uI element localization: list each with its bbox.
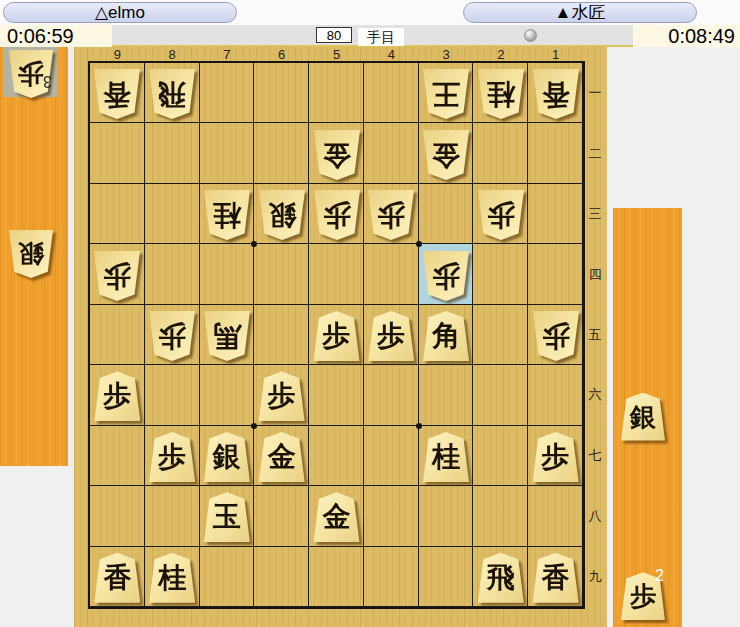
piece-body: 歩 [368, 190, 414, 240]
piece-body: 歩 [314, 190, 360, 240]
piece-kyosha-gote[interactable]: 香 [533, 69, 579, 119]
piece-glyph: 馬 [213, 322, 241, 350]
file-label-1: 1 [528, 47, 583, 62]
rank-label-2: 二 [585, 123, 605, 183]
piece-body: 銀 [9, 230, 53, 278]
piece-glyph: 飛 [487, 564, 515, 592]
sente-player-button[interactable]: ▲水匠 [463, 2, 697, 23]
file-label-8: 8 [145, 47, 200, 62]
rank-label-9: 九 [585, 547, 605, 607]
sente-clock: 0:08:49 [630, 25, 735, 47]
piece-body: 角 [423, 311, 469, 361]
piece-body: 飛 [149, 69, 195, 119]
piece-glyph: 香 [103, 564, 131, 592]
hoshi-dot [251, 241, 257, 247]
file-label-7: 7 [200, 47, 255, 62]
hoshi-dot [416, 423, 422, 429]
shogi-app-window: △elmo ▲水匠 0:06:59 0:08:49 手目 987654321一二… [0, 0, 740, 627]
piece-glyph: 香 [542, 80, 570, 108]
piece-fu-sente[interactable]: 歩 [314, 311, 360, 361]
piece-ou-gote[interactable]: 王 [423, 69, 469, 119]
piece-glyph: 銀 [630, 404, 656, 430]
piece-hisha-gote[interactable]: 飛 [149, 69, 195, 119]
rank-label-3: 三 [585, 184, 605, 244]
file-label-3: 3 [419, 47, 474, 62]
piece-body: 金 [259, 432, 305, 482]
piece-body: 桂 [149, 553, 195, 603]
piece-body: 歩 [478, 190, 524, 240]
piece-glyph: 香 [542, 564, 570, 592]
piece-glyph: 金 [268, 443, 296, 471]
piece-glyph: 桂 [158, 564, 186, 592]
file-label-9: 9 [90, 47, 145, 62]
piece-fu-gote[interactable]: 歩 [368, 190, 414, 240]
piece-glyph: 銀 [213, 443, 241, 471]
rank-label-6: 六 [585, 365, 605, 425]
piece-kin-sente[interactable]: 金 [259, 432, 305, 482]
rank-label-1: 一 [585, 63, 605, 123]
piece-body: 歩 [533, 311, 579, 361]
hand-piece-gin-sente[interactable]: 銀 [621, 393, 665, 441]
piece-kyosha-sente[interactable]: 香 [533, 553, 579, 603]
rank-label-7: 七 [585, 426, 605, 486]
piece-body: 歩 [314, 311, 360, 361]
piece-glyph: 歩 [487, 201, 515, 229]
piece-kin-gote[interactable]: 金 [314, 130, 360, 180]
move-number-input[interactable] [316, 27, 352, 43]
piece-body: 銀 [204, 432, 250, 482]
piece-body: 桂 [478, 69, 524, 119]
piece-uma-gote[interactable]: 馬 [204, 311, 250, 361]
piece-fu-sente[interactable]: 歩 [149, 432, 195, 482]
piece-glyph: 歩 [432, 262, 460, 290]
piece-glyph: 金 [432, 141, 460, 169]
piece-fu-sente[interactable]: 歩 [94, 371, 140, 421]
piece-glyph: 角 [432, 322, 460, 350]
piece-glyph: 歩 [323, 201, 351, 229]
piece-glyph: 金 [323, 141, 351, 169]
piece-gyoku-sente[interactable]: 玉 [204, 492, 250, 542]
piece-fu-gote[interactable]: 歩 [94, 251, 140, 301]
gote-clock: 0:06:59 [7, 25, 111, 47]
piece-body: 玉 [204, 492, 250, 542]
piece-glyph: 歩 [158, 443, 186, 471]
piece-fu-sente[interactable]: 歩 [368, 311, 414, 361]
piece-glyph: 歩 [377, 322, 405, 350]
piece-kyosha-gote[interactable]: 香 [94, 69, 140, 119]
piece-kin-gote[interactable]: 金 [423, 130, 469, 180]
gote-player-button[interactable]: △elmo [3, 2, 237, 23]
piece-glyph: 金 [323, 503, 351, 531]
piece-keima-gote[interactable]: 桂 [478, 69, 524, 119]
piece-kaku-sente[interactable]: 角 [423, 311, 469, 361]
move-suffix-label: 手目 [358, 28, 404, 46]
piece-body: 香 [94, 553, 140, 603]
hoshi-dot [251, 423, 257, 429]
piece-fu-gote[interactable]: 歩 [149, 311, 195, 361]
piece-glyph: 王 [432, 80, 460, 108]
hand-count-sente: 2 [655, 568, 664, 584]
piece-body: 金 [423, 130, 469, 180]
piece-glyph: 歩 [377, 201, 405, 229]
rank-label-8: 八 [585, 486, 605, 546]
piece-glyph: 歩 [18, 61, 44, 87]
piece-glyph: 歩 [323, 322, 351, 350]
piece-kin-sente[interactable]: 金 [314, 492, 360, 542]
piece-glyph: 歩 [158, 322, 186, 350]
file-label-5: 5 [309, 47, 364, 62]
piece-fu-gote[interactable]: 歩 [478, 190, 524, 240]
piece-glyph: 歩 [268, 382, 296, 410]
rank-label-4: 四 [585, 244, 605, 304]
piece-body: 歩 [423, 251, 469, 301]
piece-glyph: 歩 [630, 583, 656, 609]
piece-keima-gote[interactable]: 桂 [204, 190, 250, 240]
piece-glyph: 桂 [487, 80, 515, 108]
piece-keima-sente[interactable]: 桂 [149, 553, 195, 603]
piece-body: 歩 [149, 432, 195, 482]
piece-glyph: 飛 [158, 80, 186, 108]
piece-body: 飛 [478, 553, 524, 603]
piece-glyph: 桂 [213, 201, 241, 229]
piece-body: 歩 [149, 311, 195, 361]
piece-glyph: 香 [103, 80, 131, 108]
piece-fu-gote[interactable]: 歩 [533, 311, 579, 361]
hand-piece-gin-gote[interactable]: 銀 [9, 230, 53, 278]
piece-hisha-sente[interactable]: 飛 [478, 553, 524, 603]
piece-body: 銀 [259, 190, 305, 240]
hand-count-gote: 3 [43, 73, 52, 89]
piece-fu-gote[interactable]: 歩 [314, 190, 360, 240]
status-led-icon [524, 29, 537, 42]
piece-kyosha-sente[interactable]: 香 [94, 553, 140, 603]
piece-body: 香 [533, 69, 579, 119]
piece-glyph: 歩 [542, 443, 570, 471]
piece-body: 王 [423, 69, 469, 119]
piece-body: 歩 [94, 371, 140, 421]
piece-body: 歩 [368, 311, 414, 361]
piece-body: 香 [533, 553, 579, 603]
piece-glyph: 銀 [268, 201, 296, 229]
piece-body: 歩 [94, 251, 140, 301]
player-bar: △elmo ▲水匠 [0, 0, 740, 25]
piece-glyph: 歩 [103, 262, 131, 290]
piece-gin-gote[interactable]: 銀 [259, 190, 305, 240]
piece-body: 香 [94, 69, 140, 119]
hoshi-dot [416, 241, 422, 247]
rank-label-5: 五 [585, 305, 605, 365]
file-label-4: 4 [364, 47, 419, 62]
piece-body: 歩 [259, 371, 305, 421]
piece-glyph: 玉 [213, 503, 241, 531]
piece-keima-sente[interactable]: 桂 [423, 432, 469, 482]
piece-glyph: 歩 [103, 382, 131, 410]
piece-glyph: 銀 [18, 241, 44, 267]
piece-body: 桂 [204, 190, 250, 240]
piece-body: 馬 [204, 311, 250, 361]
piece-body: 銀 [621, 393, 665, 441]
piece-glyph: 歩 [542, 322, 570, 350]
piece-body: 桂 [423, 432, 469, 482]
piece-fu-gote[interactable]: 歩 [423, 251, 469, 301]
piece-fu-sente[interactable]: 歩 [259, 371, 305, 421]
piece-body: 金 [314, 492, 360, 542]
file-label-2: 2 [473, 47, 528, 62]
piece-body: 歩 [533, 432, 579, 482]
piece-body: 金 [314, 130, 360, 180]
file-label-6: 6 [254, 47, 309, 62]
piece-glyph: 桂 [432, 443, 460, 471]
piece-fu-sente[interactable]: 歩 [533, 432, 579, 482]
piece-gin-sente[interactable]: 銀 [204, 432, 250, 482]
